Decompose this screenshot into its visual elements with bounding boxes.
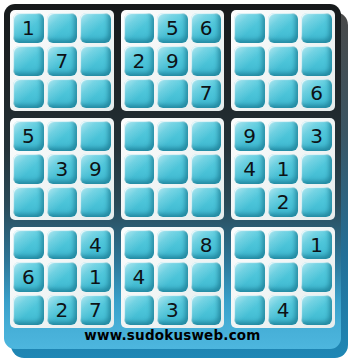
cell-r4c6[interactable] — [191, 121, 222, 151]
box-6: 93412 — [231, 118, 335, 219]
cell-r7c5[interactable] — [157, 230, 188, 260]
given-digit: 1 — [277, 159, 290, 179]
given-digit: 2 — [133, 51, 146, 71]
cell-r1c7[interactable] — [234, 13, 265, 43]
cell-r9c3[interactable]: 7 — [80, 295, 111, 325]
cell-r7c6[interactable]: 8 — [191, 230, 222, 260]
given-digit: 5 — [22, 126, 35, 146]
cell-r3c8[interactable] — [268, 79, 299, 109]
cell-r2c8[interactable] — [268, 46, 299, 76]
cell-r5c4[interactable] — [124, 154, 155, 184]
given-digit: 1 — [310, 235, 323, 255]
given-digit: 7 — [55, 51, 68, 71]
cell-r7c7[interactable] — [234, 230, 265, 260]
cell-r6c2[interactable] — [47, 187, 78, 217]
given-digit: 7 — [89, 300, 102, 320]
site-url-label: www.sudokusweb.com — [84, 329, 260, 343]
given-digit: 2 — [55, 300, 68, 320]
cell-r3c4[interactable] — [124, 79, 155, 109]
cell-r8c5[interactable] — [157, 262, 188, 292]
given-digit: 8 — [200, 235, 213, 255]
cell-r8c6[interactable] — [191, 262, 222, 292]
cell-r4c4[interactable] — [124, 121, 155, 151]
cell-r9c8[interactable]: 4 — [268, 295, 299, 325]
cell-r2c4[interactable]: 2 — [124, 46, 155, 76]
cell-r3c2[interactable] — [47, 79, 78, 109]
cell-r9c6[interactable] — [191, 295, 222, 325]
cell-r3c7[interactable] — [234, 79, 265, 109]
cell-r4c2[interactable] — [47, 121, 78, 151]
cell-r2c6[interactable] — [191, 46, 222, 76]
cell-r9c1[interactable] — [13, 295, 44, 325]
cell-r6c1[interactable] — [13, 187, 44, 217]
cell-r7c8[interactable] — [268, 230, 299, 260]
box-2: 56297 — [121, 10, 225, 111]
cell-r8c8[interactable] — [268, 262, 299, 292]
given-digit: 9 — [89, 159, 102, 179]
given-digit: 3 — [310, 126, 323, 146]
box-7: 46127 — [10, 227, 114, 328]
given-digit: 4 — [133, 267, 146, 287]
sudoku-board: 17562976539934124612784314 — [10, 10, 335, 328]
cell-r4c8[interactable] — [268, 121, 299, 151]
given-digit: 2 — [277, 192, 290, 212]
cell-r4c5[interactable] — [157, 121, 188, 151]
cell-r9c7[interactable] — [234, 295, 265, 325]
cell-r2c3[interactable] — [80, 46, 111, 76]
cell-r5c5[interactable] — [157, 154, 188, 184]
given-digit: 1 — [22, 18, 35, 38]
cell-r7c9[interactable]: 1 — [301, 230, 332, 260]
cell-r8c4[interactable]: 4 — [124, 262, 155, 292]
given-digit: 3 — [55, 159, 68, 179]
given-digit: 4 — [89, 235, 102, 255]
cell-r3c9[interactable]: 6 — [301, 79, 332, 109]
cell-r3c3[interactable] — [80, 79, 111, 109]
box-1: 17 — [10, 10, 114, 111]
cell-r3c5[interactable] — [157, 79, 188, 109]
cell-r5c7[interactable]: 4 — [234, 154, 265, 184]
cell-r4c7[interactable]: 9 — [234, 121, 265, 151]
cell-r7c3[interactable]: 4 — [80, 230, 111, 260]
cell-r6c7[interactable] — [234, 187, 265, 217]
given-digit: 6 — [310, 83, 323, 103]
cell-r6c5[interactable] — [157, 187, 188, 217]
given-digit: 3 — [166, 300, 179, 320]
cell-r6c6[interactable] — [191, 187, 222, 217]
given-digit: 6 — [200, 18, 213, 38]
given-digit: 6 — [22, 267, 35, 287]
cell-r4c9[interactable]: 3 — [301, 121, 332, 151]
cell-r5c1[interactable] — [13, 154, 44, 184]
cell-r2c1[interactable] — [13, 46, 44, 76]
cell-r1c9[interactable] — [301, 13, 332, 43]
cell-r6c8[interactable]: 2 — [268, 187, 299, 217]
cell-r5c8[interactable]: 1 — [268, 154, 299, 184]
cell-r5c2[interactable]: 3 — [47, 154, 78, 184]
given-digit: 9 — [243, 126, 256, 146]
box-5 — [121, 118, 225, 219]
cell-r2c7[interactable] — [234, 46, 265, 76]
board-panel: 17562976539934124612784314 www.sudokuswe… — [4, 4, 341, 349]
box-9: 14 — [231, 227, 335, 328]
cell-r1c4[interactable] — [124, 13, 155, 43]
cell-r7c4[interactable] — [124, 230, 155, 260]
cell-r8c7[interactable] — [234, 262, 265, 292]
given-digit: 5 — [166, 18, 179, 38]
cell-r5c6[interactable] — [191, 154, 222, 184]
cell-r6c4[interactable] — [124, 187, 155, 217]
cell-r9c4[interactable] — [124, 295, 155, 325]
cell-r9c9[interactable] — [301, 295, 332, 325]
cell-r2c2[interactable]: 7 — [47, 46, 78, 76]
box-4: 539 — [10, 118, 114, 219]
cell-r6c3[interactable] — [80, 187, 111, 217]
footer-bar: www.sudokusweb.com — [10, 328, 335, 343]
cell-r1c5[interactable]: 5 — [157, 13, 188, 43]
given-digit: 4 — [243, 159, 256, 179]
cell-r3c6[interactable]: 7 — [191, 79, 222, 109]
cell-r5c3[interactable]: 9 — [80, 154, 111, 184]
sudoku-puzzle-page: 17562976539934124612784314 www.sudokuswe… — [0, 0, 350, 360]
given-digit: 1 — [89, 267, 102, 287]
box-8: 843 — [121, 227, 225, 328]
cell-r5c9[interactable] — [301, 154, 332, 184]
cell-r3c1[interactable] — [13, 79, 44, 109]
cell-r2c5[interactable]: 9 — [157, 46, 188, 76]
given-digit: 4 — [277, 300, 290, 320]
cell-r2c9[interactable] — [301, 46, 332, 76]
cell-r9c2[interactable]: 2 — [47, 295, 78, 325]
cell-r1c1[interactable]: 1 — [13, 13, 44, 43]
cell-r7c2[interactable] — [47, 230, 78, 260]
box-3: 6 — [231, 10, 335, 111]
cell-r4c3[interactable] — [80, 121, 111, 151]
cell-r1c2[interactable] — [47, 13, 78, 43]
cell-r4c1[interactable]: 5 — [13, 121, 44, 151]
cell-r9c5[interactable]: 3 — [157, 295, 188, 325]
cell-r6c9[interactable] — [301, 187, 332, 217]
cell-r8c2[interactable] — [47, 262, 78, 292]
given-digit: 7 — [200, 83, 213, 103]
cell-r1c8[interactable] — [268, 13, 299, 43]
cell-r8c1[interactable]: 6 — [13, 262, 44, 292]
cell-r1c6[interactable]: 6 — [191, 13, 222, 43]
cell-r8c9[interactable] — [301, 262, 332, 292]
cell-r8c3[interactable]: 1 — [80, 262, 111, 292]
cell-r1c3[interactable] — [80, 13, 111, 43]
cell-r7c1[interactable] — [13, 230, 44, 260]
given-digit: 9 — [166, 51, 179, 71]
